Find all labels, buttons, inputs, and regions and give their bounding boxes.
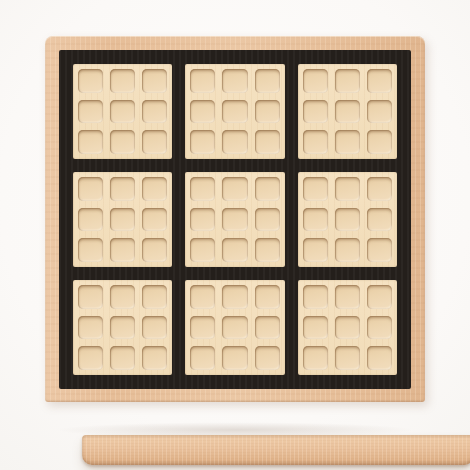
cell-r5c2[interactable] bbox=[110, 208, 135, 232]
cell-r5c9[interactable] bbox=[367, 208, 392, 232]
cell-r6c3[interactable] bbox=[142, 238, 167, 262]
cell-r2c7[interactable] bbox=[303, 100, 328, 124]
cell-r9c2[interactable] bbox=[110, 346, 135, 370]
block-r3c1 bbox=[73, 280, 172, 375]
cell-r5c8[interactable] bbox=[335, 208, 360, 232]
cell-r3c9[interactable] bbox=[367, 130, 392, 154]
cell-r8c3[interactable] bbox=[142, 316, 167, 340]
cell-r7c9[interactable] bbox=[367, 285, 392, 309]
cell-r2c5[interactable] bbox=[222, 100, 247, 124]
cell-r9c7[interactable] bbox=[303, 346, 328, 370]
cell-r7c2[interactable] bbox=[110, 285, 135, 309]
cell-r5c1[interactable] bbox=[78, 208, 103, 232]
cell-r4c9[interactable] bbox=[367, 177, 392, 201]
cell-r8c9[interactable] bbox=[367, 316, 392, 340]
cell-r7c6[interactable] bbox=[255, 285, 280, 309]
cell-r9c4[interactable] bbox=[190, 346, 215, 370]
cell-r9c5[interactable] bbox=[222, 346, 247, 370]
cell-r2c6[interactable] bbox=[255, 100, 280, 124]
cell-r7c1[interactable] bbox=[78, 285, 103, 309]
block-r3c3 bbox=[298, 280, 397, 375]
cell-r1c6[interactable] bbox=[255, 69, 280, 93]
cell-r7c3[interactable] bbox=[142, 285, 167, 309]
cell-r1c8[interactable] bbox=[335, 69, 360, 93]
cell-r9c8[interactable] bbox=[335, 346, 360, 370]
cell-r2c1[interactable] bbox=[78, 100, 103, 124]
cell-r8c8[interactable] bbox=[335, 316, 360, 340]
cell-r5c4[interactable] bbox=[190, 208, 215, 232]
cell-r7c5[interactable] bbox=[222, 285, 247, 309]
cell-r3c7[interactable] bbox=[303, 130, 328, 154]
cell-r4c7[interactable] bbox=[303, 177, 328, 201]
block-r2c3 bbox=[298, 172, 397, 267]
grid-field bbox=[59, 50, 411, 389]
cell-r4c6[interactable] bbox=[255, 177, 280, 201]
cell-r8c7[interactable] bbox=[303, 316, 328, 340]
cell-r9c9[interactable] bbox=[367, 346, 392, 370]
product-photo-scene bbox=[0, 0, 470, 470]
cell-r3c1[interactable] bbox=[78, 130, 103, 154]
cell-r7c4[interactable] bbox=[190, 285, 215, 309]
cell-r1c4[interactable] bbox=[190, 69, 215, 93]
cell-r6c8[interactable] bbox=[335, 238, 360, 262]
cell-r6c4[interactable] bbox=[190, 238, 215, 262]
cell-r1c9[interactable] bbox=[367, 69, 392, 93]
cell-r4c1[interactable] bbox=[78, 177, 103, 201]
cell-r2c2[interactable] bbox=[110, 100, 135, 124]
cell-r5c6[interactable] bbox=[255, 208, 280, 232]
cell-r9c6[interactable] bbox=[255, 346, 280, 370]
cell-r7c8[interactable] bbox=[335, 285, 360, 309]
cell-r8c1[interactable] bbox=[78, 316, 103, 340]
block-r1c1 bbox=[73, 64, 172, 159]
cell-r7c7[interactable] bbox=[303, 285, 328, 309]
cell-r2c8[interactable] bbox=[335, 100, 360, 124]
cell-r8c5[interactable] bbox=[222, 316, 247, 340]
block-r2c1 bbox=[73, 172, 172, 267]
cell-r5c3[interactable] bbox=[142, 208, 167, 232]
cell-r2c3[interactable] bbox=[142, 100, 167, 124]
cell-r6c5[interactable] bbox=[222, 238, 247, 262]
sudoku-board bbox=[45, 36, 425, 402]
cell-r4c5[interactable] bbox=[222, 177, 247, 201]
cell-r4c3[interactable] bbox=[142, 177, 167, 201]
cell-r1c2[interactable] bbox=[110, 69, 135, 93]
cell-r1c7[interactable] bbox=[303, 69, 328, 93]
cell-r4c4[interactable] bbox=[190, 177, 215, 201]
block-r3c2 bbox=[185, 280, 284, 375]
cell-r2c4[interactable] bbox=[190, 100, 215, 124]
wooden-frame bbox=[45, 36, 425, 402]
block-r1c3 bbox=[298, 64, 397, 159]
cell-r3c2[interactable] bbox=[110, 130, 135, 154]
cell-r1c1[interactable] bbox=[78, 69, 103, 93]
cell-r2c9[interactable] bbox=[367, 100, 392, 124]
cell-r9c1[interactable] bbox=[78, 346, 103, 370]
cell-r6c6[interactable] bbox=[255, 238, 280, 262]
cell-r6c9[interactable] bbox=[367, 238, 392, 262]
cell-r5c5[interactable] bbox=[222, 208, 247, 232]
cell-r9c3[interactable] bbox=[142, 346, 167, 370]
cell-r8c4[interactable] bbox=[190, 316, 215, 340]
block-r1c2 bbox=[185, 64, 284, 159]
cell-r5c7[interactable] bbox=[303, 208, 328, 232]
cell-r1c3[interactable] bbox=[142, 69, 167, 93]
cell-r6c1[interactable] bbox=[78, 238, 103, 262]
cell-r4c8[interactable] bbox=[335, 177, 360, 201]
cell-r3c4[interactable] bbox=[190, 130, 215, 154]
tray-ledge bbox=[82, 435, 470, 465]
cell-r3c6[interactable] bbox=[255, 130, 280, 154]
cell-r8c6[interactable] bbox=[255, 316, 280, 340]
cell-r1c5[interactable] bbox=[222, 69, 247, 93]
cell-r3c5[interactable] bbox=[222, 130, 247, 154]
cell-r8c2[interactable] bbox=[110, 316, 135, 340]
cell-r6c7[interactable] bbox=[303, 238, 328, 262]
cell-r6c2[interactable] bbox=[110, 238, 135, 262]
cell-r4c2[interactable] bbox=[110, 177, 135, 201]
cell-r3c8[interactable] bbox=[335, 130, 360, 154]
block-r2c2 bbox=[185, 172, 284, 267]
cell-r3c3[interactable] bbox=[142, 130, 167, 154]
